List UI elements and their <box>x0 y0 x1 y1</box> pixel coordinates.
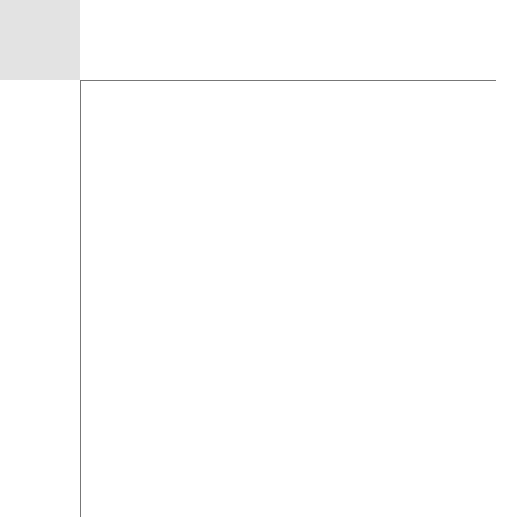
watermark-corner <box>0 0 80 80</box>
puzzle-grid <box>80 80 496 517</box>
column-clues-panel <box>80 0 496 80</box>
right-margin <box>496 0 510 517</box>
row-clues-panel <box>0 80 80 517</box>
nonogram-app <box>0 0 510 517</box>
